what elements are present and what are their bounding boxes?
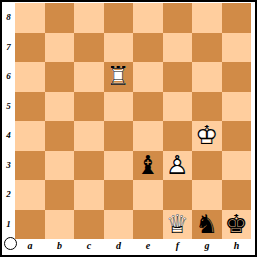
- square-h8[interactable]: [222, 3, 252, 33]
- file-label-d: d: [104, 239, 134, 253]
- square-d6[interactable]: ♜♖: [104, 62, 134, 92]
- square-a2[interactable]: [15, 180, 45, 210]
- file-label-a: a: [15, 239, 45, 253]
- square-f7[interactable]: [163, 33, 193, 63]
- square-g4[interactable]: ♚♔: [192, 121, 222, 151]
- square-d8[interactable]: [104, 3, 134, 33]
- square-g2[interactable]: [192, 180, 222, 210]
- square-b1[interactable]: [45, 210, 75, 240]
- square-h5[interactable]: [222, 92, 252, 122]
- square-c1[interactable]: [74, 210, 104, 240]
- square-a3[interactable]: [15, 151, 45, 181]
- square-a8[interactable]: [15, 3, 45, 33]
- chess-board: ♜♖♚♔♝♟♙♛♕♞♚: [15, 3, 251, 239]
- square-h4[interactable]: [222, 121, 252, 151]
- square-b5[interactable]: [45, 92, 75, 122]
- square-d7[interactable]: [104, 33, 134, 63]
- square-a1[interactable]: [15, 210, 45, 240]
- file-label-h: h: [222, 239, 252, 253]
- square-f5[interactable]: [163, 92, 193, 122]
- piece-outline-layer: ♕: [163, 210, 193, 240]
- square-d4[interactable]: [104, 121, 134, 151]
- square-f1[interactable]: ♛♕: [163, 210, 193, 240]
- rank-label-3: 3: [2, 151, 15, 181]
- square-e5[interactable]: [133, 92, 163, 122]
- square-g1[interactable]: ♞: [192, 210, 222, 240]
- square-g7[interactable]: [192, 33, 222, 63]
- square-f4[interactable]: [163, 121, 193, 151]
- square-b7[interactable]: [45, 33, 75, 63]
- chess-diagram: ♜♖♚♔♝♟♙♛♕♞♚ 87654321abcdefgh: [0, 0, 257, 257]
- square-d1[interactable]: [104, 210, 134, 240]
- square-e4[interactable]: [133, 121, 163, 151]
- square-e2[interactable]: [133, 180, 163, 210]
- square-a6[interactable]: [15, 62, 45, 92]
- square-e6[interactable]: [133, 62, 163, 92]
- square-e8[interactable]: [133, 3, 163, 33]
- black-king-icon[interactable]: ♚: [222, 210, 252, 240]
- square-e1[interactable]: [133, 210, 163, 240]
- square-c6[interactable]: [74, 62, 104, 92]
- white-king-icon[interactable]: ♚♔: [192, 121, 222, 151]
- square-h7[interactable]: [222, 33, 252, 63]
- square-a4[interactable]: [15, 121, 45, 151]
- square-g8[interactable]: [192, 3, 222, 33]
- piece-fill-layer: ♞: [192, 210, 222, 240]
- file-label-e: e: [133, 239, 163, 253]
- white-rook-icon[interactable]: ♜♖: [104, 62, 134, 92]
- square-c5[interactable]: [74, 92, 104, 122]
- square-d3[interactable]: [104, 151, 134, 181]
- square-f8[interactable]: [163, 3, 193, 33]
- black-knight-icon[interactable]: ♞: [192, 210, 222, 240]
- file-label-c: c: [74, 239, 104, 253]
- square-c7[interactable]: [74, 33, 104, 63]
- black-bishop-icon[interactable]: ♝: [133, 151, 163, 181]
- file-label-g: g: [192, 239, 222, 253]
- square-g5[interactable]: [192, 92, 222, 122]
- square-b6[interactable]: [45, 62, 75, 92]
- square-b4[interactable]: [45, 121, 75, 151]
- square-e3[interactable]: ♝: [133, 151, 163, 181]
- square-a7[interactable]: [15, 33, 45, 63]
- rank-label-2: 2: [2, 180, 15, 210]
- square-e7[interactable]: [133, 33, 163, 63]
- rank-label-8: 8: [2, 3, 15, 33]
- square-b2[interactable]: [45, 180, 75, 210]
- piece-outline-layer: ♔: [192, 121, 222, 151]
- square-h6[interactable]: [222, 62, 252, 92]
- square-f2[interactable]: [163, 180, 193, 210]
- rank-label-7: 7: [2, 33, 15, 63]
- rank-label-1: 1: [2, 210, 15, 240]
- square-b8[interactable]: [45, 3, 75, 33]
- square-h3[interactable]: [222, 151, 252, 181]
- square-h1[interactable]: ♚: [222, 210, 252, 240]
- piece-fill-layer: ♚: [222, 210, 252, 240]
- rank-label-6: 6: [2, 62, 15, 92]
- square-c8[interactable]: [74, 3, 104, 33]
- square-d5[interactable]: [104, 92, 134, 122]
- square-a5[interactable]: [15, 92, 45, 122]
- rank-label-4: 4: [2, 121, 15, 151]
- square-g3[interactable]: [192, 151, 222, 181]
- rank-label-5: 5: [2, 92, 15, 122]
- square-c4[interactable]: [74, 121, 104, 151]
- file-label-b: b: [45, 239, 75, 253]
- square-h2[interactable]: [222, 180, 252, 210]
- square-c2[interactable]: [74, 180, 104, 210]
- square-c3[interactable]: [74, 151, 104, 181]
- piece-fill-layer: ♝: [133, 151, 163, 181]
- white-queen-icon[interactable]: ♛♕: [163, 210, 193, 240]
- piece-outline-layer: ♖: [104, 62, 134, 92]
- piece-outline-layer: ♙: [163, 151, 193, 181]
- file-label-f: f: [163, 239, 193, 253]
- white-pawn-icon[interactable]: ♟♙: [163, 151, 193, 181]
- square-d2[interactable]: [104, 180, 134, 210]
- square-g6[interactable]: [192, 62, 222, 92]
- square-b3[interactable]: [45, 151, 75, 181]
- square-f6[interactable]: [163, 62, 193, 92]
- square-f3[interactable]: ♟♙: [163, 151, 193, 181]
